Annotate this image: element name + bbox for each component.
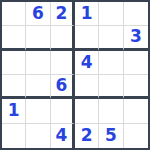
cell-digit: 1 bbox=[8, 102, 20, 119]
sudoku-cell[interactable] bbox=[99, 26, 123, 50]
cell-digit: 1 bbox=[81, 5, 93, 22]
sudoku-cell[interactable] bbox=[99, 2, 123, 26]
sudoku-cell[interactable] bbox=[26, 26, 50, 50]
cell-digit: 6 bbox=[32, 5, 44, 22]
sudoku-cell[interactable] bbox=[51, 99, 75, 123]
sudoku-cell[interactable] bbox=[26, 51, 50, 75]
sudoku-cell[interactable] bbox=[124, 124, 148, 148]
sudoku-cell[interactable] bbox=[2, 2, 26, 26]
sudoku-cell[interactable] bbox=[75, 99, 99, 123]
sudoku-cell[interactable]: 6 bbox=[51, 75, 75, 99]
sudoku-cell[interactable]: 1 bbox=[2, 99, 26, 123]
sudoku-cell[interactable] bbox=[26, 99, 50, 123]
sudoku-cell[interactable] bbox=[99, 51, 123, 75]
sudoku-cell[interactable]: 4 bbox=[75, 51, 99, 75]
sudoku-cell[interactable]: 3 bbox=[124, 26, 148, 50]
cell-digit: 4 bbox=[55, 127, 67, 144]
sudoku-cell[interactable] bbox=[124, 75, 148, 99]
cell-digit: 5 bbox=[105, 127, 117, 144]
sudoku-cell[interactable] bbox=[26, 75, 50, 99]
sudoku-cell[interactable] bbox=[2, 51, 26, 75]
cell-digit: 2 bbox=[81, 127, 93, 144]
sudoku-cell[interactable] bbox=[75, 75, 99, 99]
sudoku-board: 6213461425 bbox=[0, 0, 150, 150]
sudoku-cell[interactable] bbox=[99, 99, 123, 123]
sudoku-cell[interactable]: 4 bbox=[51, 124, 75, 148]
sudoku-cell[interactable]: 2 bbox=[51, 2, 75, 26]
cell-digit: 6 bbox=[55, 77, 67, 94]
sudoku-cell[interactable] bbox=[51, 26, 75, 50]
sudoku-cell[interactable] bbox=[2, 124, 26, 148]
sudoku-cell[interactable] bbox=[75, 26, 99, 50]
cell-digit: 4 bbox=[81, 54, 93, 71]
sudoku-cell[interactable] bbox=[124, 2, 148, 26]
sudoku-cell[interactable] bbox=[99, 75, 123, 99]
sudoku-cell[interactable] bbox=[51, 51, 75, 75]
sudoku-cell[interactable] bbox=[26, 124, 50, 148]
sudoku-cell[interactable] bbox=[124, 99, 148, 123]
sudoku-cell[interactable] bbox=[2, 75, 26, 99]
cell-digit: 3 bbox=[130, 28, 142, 45]
sudoku-cell[interactable] bbox=[124, 51, 148, 75]
sudoku-cell[interactable]: 2 bbox=[75, 124, 99, 148]
sudoku-cell[interactable]: 5 bbox=[99, 124, 123, 148]
sudoku-cell[interactable]: 6 bbox=[26, 2, 50, 26]
sudoku-cell[interactable] bbox=[2, 26, 26, 50]
cell-digit: 2 bbox=[55, 5, 67, 22]
sudoku-cell[interactable]: 1 bbox=[75, 2, 99, 26]
